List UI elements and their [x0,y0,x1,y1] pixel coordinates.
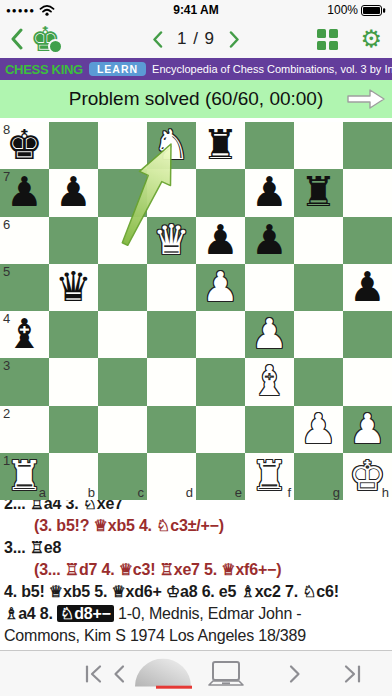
square-d3[interactable] [147,358,196,405]
square-g5[interactable] [294,264,343,311]
course-banner[interactable]: CHESS KING LEARN Encyclopedia of Chess C… [0,58,392,80]
chess-king-brand: CHESS KING [5,62,83,77]
square-c4[interactable] [98,311,147,358]
square-d1[interactable]: d [147,453,196,500]
move-text[interactable]: (3. b5!? ♕xb5 4. ♘c3±/+−) [34,517,224,534]
notation-line-2[interactable]: (3. b5!? ♕xb5 4. ♘c3±/+−) [4,515,388,537]
square-c5[interactable] [98,264,147,311]
piece-black-pawn[interactable]: ♟ [202,220,239,261]
square-g3[interactable] [294,358,343,405]
move-text[interactable]: 4. b5! ♕xb5 5. ♕xd6+ ♔a8 6. e5 ♗xc2 7. ♘… [4,583,339,600]
square-c3[interactable] [98,358,147,405]
rank-label-7: 7 [3,169,10,184]
piece-black-rook[interactable]: ♜ [300,172,337,213]
square-d5[interactable] [147,264,196,311]
square-f6[interactable]: ♟ [245,217,294,264]
piece-white-pawn[interactable]: ♟ [202,267,239,308]
square-a7[interactable]: 7♟ [0,169,49,216]
square-c2[interactable] [98,406,147,453]
piece-white-queen[interactable]: ♛ [153,220,190,261]
square-a3[interactable]: 3 [0,358,49,405]
app-screen: ●●●●● 9:41 AM 100% ♚ [0,0,392,696]
piece-black-bishop[interactable]: ♝ [6,314,43,355]
problem-counter: 1 / 9 [177,29,215,49]
square-h1[interactable]: h♚ [343,453,392,500]
wifi-icon [39,4,55,16]
square-h2[interactable]: ♟ [343,406,392,453]
current-move[interactable]: ♘d8+− [57,605,114,622]
square-g1[interactable]: g [294,453,343,500]
prev-problem-button[interactable] [152,31,163,48]
piece-white-rook[interactable]: ♜ [251,456,288,497]
square-f3[interactable]: ♝ [245,358,294,405]
square-g7[interactable]: ♜ [294,169,343,216]
square-c8[interactable] [98,122,147,169]
piece-white-pawn[interactable]: ♟ [349,409,386,450]
rank-label-1: 1 [3,453,10,468]
move-text[interactable]: 3... ♖e8 [4,539,61,556]
rank-label-8: 8 [3,122,10,137]
square-c7[interactable] [98,169,147,216]
square-h5[interactable]: ♟ [343,264,392,311]
square-e6[interactable]: ♟ [196,217,245,264]
piece-black-pawn[interactable]: ♟ [6,172,43,213]
piece-white-king[interactable]: ♚ [349,456,386,497]
square-a8[interactable]: 8♚ [0,122,49,169]
square-a2[interactable]: 2 [0,406,49,453]
square-e8[interactable]: ♜ [196,122,245,169]
piece-black-king[interactable]: ♚ [6,125,43,166]
square-g8[interactable] [294,122,343,169]
square-a6[interactable]: 6 [0,217,49,264]
piece-black-queen[interactable]: ♛ [55,267,92,308]
square-d2[interactable] [147,406,196,453]
square-b3[interactable] [49,358,98,405]
rank-label-3: 3 [3,358,10,373]
file-label-c: c [138,485,145,500]
piece-white-knight[interactable]: ♞ [153,125,190,166]
square-a4[interactable]: 4♝ [0,311,49,358]
square-c1[interactable]: c [98,453,147,500]
previous-move-button[interactable] [112,664,126,684]
square-f2[interactable] [245,406,294,453]
square-b7[interactable]: ♟ [49,169,98,216]
square-e3[interactable] [196,358,245,405]
square-b6[interactable] [49,217,98,264]
square-a1[interactable]: 1a♜ [0,453,49,500]
piece-white-bishop[interactable]: ♝ [251,361,288,402]
notation-line-3[interactable]: 3... ♖e8 [4,537,388,559]
next-move-button[interactable] [288,664,302,684]
notation-line-5[interactable]: 4. b5! ♕xb5 5. ♕xd6+ ♔a8 6. e5 ♗xc2 7. ♘… [4,581,388,603]
square-b1[interactable]: b [49,453,98,500]
square-h3[interactable] [343,358,392,405]
square-g2[interactable]: ♟ [294,406,343,453]
course-title: Encyclopedia of Chess Combinations, vol.… [152,63,392,75]
rank-label-4: 4 [3,311,10,326]
file-label-b: b [88,485,95,500]
rank-label-2: 2 [3,406,10,421]
square-e5[interactable]: ♟ [196,264,245,311]
result-strip: Problem solved (60/60, 00:00) [0,80,392,118]
notation-line-1[interactable]: 2... ♖a4 3. ♘xe7 [4,500,388,515]
square-g6[interactable] [294,217,343,264]
square-e2[interactable] [196,406,245,453]
logo-badge [48,39,63,54]
square-f1[interactable]: f♜ [245,453,294,500]
bottom-toolbar [0,650,392,696]
piece-black-rook[interactable]: ♜ [202,125,239,166]
learn-badge: LEARN [89,62,146,76]
square-d7[interactable] [147,169,196,216]
piece-black-pawn[interactable]: ♟ [251,172,288,213]
rank-label-5: 5 [3,264,10,279]
file-label-f: f [287,485,291,500]
piece-black-pawn[interactable]: ♟ [349,267,386,308]
move-text[interactable]: 1-0, Mednis, Edmar John - [114,605,302,622]
piece-white-rook[interactable]: ♜ [6,456,43,497]
square-g4[interactable] [294,311,343,358]
square-d6[interactable]: ♛ [147,217,196,264]
chess-king-logo-icon[interactable]: ♚ [30,22,60,56]
file-label-a: a [39,485,46,500]
back-button[interactable] [10,28,24,50]
result-message: Problem solved (60/60, 00:00) [0,88,392,110]
square-b4[interactable] [49,311,98,358]
move-notation-panel: 2... ♖a4 3. ♘xe7(3. b5!? ♕xb5 4. ♘c3±/+−… [0,500,392,650]
next-problem-button[interactable] [229,31,240,48]
file-label-g: g [333,485,340,500]
problem-list-grid-button[interactable] [317,29,338,50]
square-c6[interactable] [98,217,147,264]
status-bar: ●●●●● 9:41 AM 100% [0,0,392,20]
rank-label-6: 6 [3,217,10,232]
chess-board: 8♚♞♜7♟♟♟♜6♛♟♟5♛♟♟4♝♟3♝2♟♟1a♜bcdef♜gh♚ [0,122,392,500]
square-h7[interactable] [343,169,392,216]
notation-line-4[interactable]: (3... ♖d7 4. ♕c3! ♖xe7 5. ♕xf6+−) [4,559,388,581]
move-text[interactable]: ♗a4 8. [4,605,57,622]
status-time: 9:41 AM [126,3,266,17]
battery-percent: 100% [327,3,358,17]
square-e7[interactable] [196,169,245,216]
move-text[interactable]: Commons, Kim S 1974 Los Angeles 18/389 [4,627,306,644]
square-f7[interactable]: ♟ [245,169,294,216]
go-to-end-button[interactable] [342,664,362,684]
go-to-start-button[interactable] [84,664,104,684]
file-label-d: d [186,485,193,500]
square-f5[interactable] [245,264,294,311]
square-b2[interactable] [49,406,98,453]
file-label-e: e [235,485,242,500]
notation-line-7[interactable]: Commons, Kim S 1974 Los Angeles 18/389 [4,625,388,647]
nav-bar: ♚ 1 / 9 ⚙ [0,20,392,58]
square-e4[interactable] [196,311,245,358]
square-a5[interactable]: 5 [0,264,49,311]
square-f8[interactable] [245,122,294,169]
square-d4[interactable] [147,311,196,358]
piece-white-pawn[interactable]: ♟ [300,409,337,450]
square-e1[interactable]: e [196,453,245,500]
square-b5[interactable]: ♛ [49,264,98,311]
settings-gear-button[interactable]: ⚙ [360,27,382,51]
square-h4[interactable] [343,311,392,358]
engine-computer-button[interactable] [208,660,244,688]
square-f4[interactable]: ♟ [245,311,294,358]
square-h8[interactable] [343,122,392,169]
next-arrow-button[interactable] [346,88,386,110]
piece-black-pawn[interactable]: ♟ [55,172,92,213]
evaluation-gauge-icon[interactable] [134,658,192,689]
square-h6[interactable] [343,217,392,264]
signal-strength-icon: ●●●●● [6,6,35,15]
square-b8[interactable] [49,122,98,169]
notation-line-6[interactable]: ♗a4 8. ♘d8+− 1-0, Mednis, Edmar John - [4,603,388,625]
battery-icon [361,5,386,16]
move-text[interactable]: (3... ♖d7 4. ♕c3! ♖xe7 5. ♕xf6+−) [34,561,281,578]
piece-black-pawn[interactable]: ♟ [251,220,288,261]
piece-white-pawn[interactable]: ♟ [251,314,288,355]
square-d8[interactable]: ♞ [147,122,196,169]
file-label-h: h [382,485,389,500]
move-text[interactable]: 2... ♖a4 3. ♘xe7 [4,500,123,512]
